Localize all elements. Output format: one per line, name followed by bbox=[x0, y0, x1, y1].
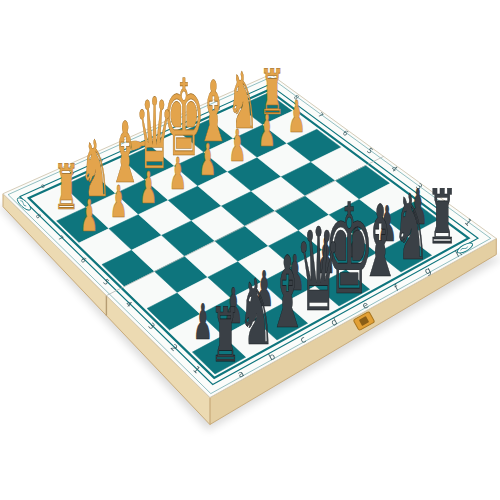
piece-light-r-a8: ♜ bbox=[54, 151, 79, 225]
piece-dark-p-a2: ♟ bbox=[193, 294, 213, 351]
piece-light-p-f7: ♟ bbox=[228, 119, 246, 171]
board-scene: 8877665544332211aabbccddeeffgghh ♜♞♟♝♟♟♚… bbox=[0, 0, 500, 500]
piece-light-p-b7: ♟ bbox=[110, 176, 128, 228]
piece-light-p-g7: ♟ bbox=[258, 105, 276, 157]
piece-light-p-c7: ♟ bbox=[140, 161, 158, 213]
piece-light-p-d7: ♟ bbox=[169, 147, 187, 199]
piece-light-p-h7: ♟ bbox=[288, 91, 306, 143]
piece-dark-r-a1: ♜ bbox=[210, 291, 240, 379]
piece-dark-n-b1: ♞ bbox=[238, 260, 275, 366]
piece-light-p-a7: ♟ bbox=[80, 190, 98, 242]
piece-dark-r-h1: ♜ bbox=[427, 173, 457, 261]
chess-set-photo: 8877665544332211aabbccddeeffgghh ♜♞♟♝♟♟♚… bbox=[0, 0, 500, 500]
piece-light-p-e7: ♟ bbox=[199, 133, 217, 185]
